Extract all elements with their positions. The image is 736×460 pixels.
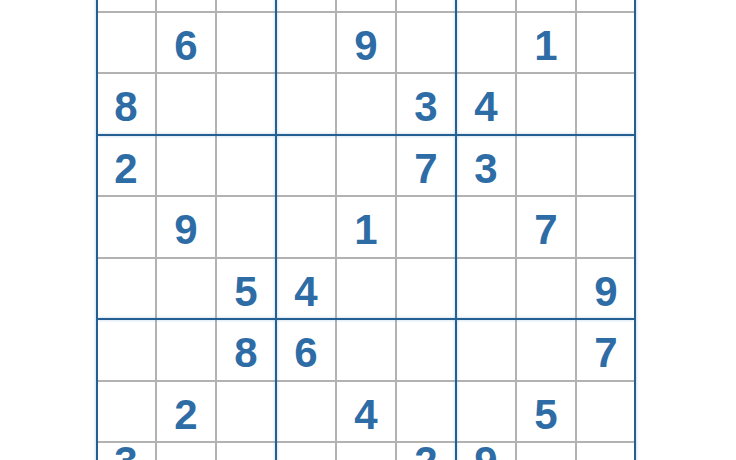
cell-r1c3[interactable]: 3 xyxy=(216,0,276,12)
cell-r5c4[interactable] xyxy=(276,196,336,258)
cell-r9c9[interactable] xyxy=(576,442,636,460)
cell-r3c9[interactable] xyxy=(576,73,636,135)
given-digit: 1 xyxy=(534,25,557,67)
cell-r7c3[interactable]: 8 xyxy=(216,319,276,381)
cell-r1c1[interactable] xyxy=(96,0,156,12)
cell-r4c8[interactable] xyxy=(516,135,576,197)
given-digit: 9 xyxy=(174,209,197,251)
cell-r8c9[interactable] xyxy=(576,381,636,443)
cell-r8c6[interactable] xyxy=(396,381,456,443)
cell-r9c4[interactable] xyxy=(276,442,336,460)
cell-r8c5[interactable]: 4 xyxy=(336,381,396,443)
cell-r6c3[interactable]: 5 xyxy=(216,258,276,320)
cell-r6c9[interactable]: 9 xyxy=(576,258,636,320)
cell-r8c2[interactable]: 2 xyxy=(156,381,216,443)
cell-r6c1[interactable] xyxy=(96,258,156,320)
cell-r3c1[interactable]: 8 xyxy=(96,73,156,135)
cell-r6c8[interactable] xyxy=(516,258,576,320)
given-digit: 6 xyxy=(174,25,197,67)
given-digit: 3 xyxy=(474,148,497,190)
cell-r2c4[interactable] xyxy=(276,12,336,74)
cell-r4c9[interactable] xyxy=(576,135,636,197)
cell-r7c5[interactable] xyxy=(336,319,396,381)
cell-r5c3[interactable] xyxy=(216,196,276,258)
given-digit: 5 xyxy=(534,394,557,436)
cell-r4c2[interactable] xyxy=(156,135,216,197)
cell-r7c1[interactable] xyxy=(96,319,156,381)
given-digit: 2 xyxy=(414,441,437,460)
cell-r7c7[interactable] xyxy=(456,319,516,381)
cell-r9c2[interactable] xyxy=(156,442,216,460)
cell-r4c1[interactable]: 2 xyxy=(96,135,156,197)
cell-r4c7[interactable]: 3 xyxy=(456,135,516,197)
cell-r1c5[interactable] xyxy=(336,0,396,12)
given-digit: 7 xyxy=(594,332,617,374)
cell-r1c8[interactable] xyxy=(516,0,576,12)
cell-r3c7[interactable]: 4 xyxy=(456,73,516,135)
cell-r2c6[interactable] xyxy=(396,12,456,74)
given-digit: 2 xyxy=(174,394,197,436)
cell-r1c4[interactable]: 2 xyxy=(276,0,336,12)
sudoku-page: 328691834273917549867245329 xyxy=(0,0,736,460)
cell-r2c8[interactable]: 1 xyxy=(516,12,576,74)
given-digit: 2 xyxy=(294,0,317,7)
given-digit: 7 xyxy=(414,148,437,190)
cell-r2c3[interactable] xyxy=(216,12,276,74)
given-digit: 1 xyxy=(354,209,377,251)
cell-r9c7[interactable]: 9 xyxy=(456,442,516,460)
cell-r7c9[interactable]: 7 xyxy=(576,319,636,381)
given-digit: 6 xyxy=(294,332,317,374)
cell-r2c7[interactable] xyxy=(456,12,516,74)
cell-r1c2[interactable] xyxy=(156,0,216,12)
cell-r3c5[interactable] xyxy=(336,73,396,135)
given-digit: 3 xyxy=(414,86,437,128)
cell-r7c6[interactable] xyxy=(396,319,456,381)
cell-r5c5[interactable]: 1 xyxy=(336,196,396,258)
cell-r5c8[interactable]: 7 xyxy=(516,196,576,258)
given-digit: 4 xyxy=(294,271,317,313)
cell-r8c7[interactable] xyxy=(456,381,516,443)
cell-r2c9[interactable] xyxy=(576,12,636,74)
cell-r4c5[interactable] xyxy=(336,135,396,197)
cell-r8c1[interactable] xyxy=(96,381,156,443)
cell-r6c5[interactable] xyxy=(336,258,396,320)
given-digit: 8 xyxy=(234,332,257,374)
cell-r2c2[interactable]: 6 xyxy=(156,12,216,74)
given-digit: 4 xyxy=(354,394,377,436)
cell-r5c1[interactable] xyxy=(96,196,156,258)
cell-r5c7[interactable] xyxy=(456,196,516,258)
cell-r6c7[interactable] xyxy=(456,258,516,320)
cell-r3c2[interactable] xyxy=(156,73,216,135)
cell-r8c3[interactable] xyxy=(216,381,276,443)
cell-r5c9[interactable] xyxy=(576,196,636,258)
cell-r7c8[interactable] xyxy=(516,319,576,381)
cell-r8c8[interactable]: 5 xyxy=(516,381,576,443)
cell-r1c7[interactable] xyxy=(456,0,516,12)
given-digit: 3 xyxy=(114,441,137,460)
given-digit: 8 xyxy=(594,0,617,7)
given-digit: 8 xyxy=(114,86,137,128)
cell-r2c1[interactable] xyxy=(96,12,156,74)
cell-r3c6[interactable]: 3 xyxy=(396,73,456,135)
given-digit: 5 xyxy=(234,271,257,313)
cell-r3c8[interactable] xyxy=(516,73,576,135)
cell-r3c3[interactable] xyxy=(216,73,276,135)
cell-r6c4[interactable]: 4 xyxy=(276,258,336,320)
cell-r3c4[interactable] xyxy=(276,73,336,135)
cell-r7c2[interactable] xyxy=(156,319,216,381)
cell-r9c1[interactable]: 3 xyxy=(96,442,156,460)
given-digit: 9 xyxy=(474,441,497,460)
given-digit: 3 xyxy=(234,0,257,7)
cell-r2c5[interactable]: 9 xyxy=(336,12,396,74)
given-digit: 9 xyxy=(594,271,617,313)
given-digit: 2 xyxy=(114,148,137,190)
cell-r1c9[interactable]: 8 xyxy=(576,0,636,12)
given-digit: 4 xyxy=(474,86,497,128)
cell-r7c4[interactable]: 6 xyxy=(276,319,336,381)
cell-r6c2[interactable] xyxy=(156,258,216,320)
cell-r4c4[interactable] xyxy=(276,135,336,197)
cell-r5c6[interactable] xyxy=(396,196,456,258)
cell-r9c5[interactable] xyxy=(336,442,396,460)
cell-r4c6[interactable]: 7 xyxy=(396,135,456,197)
cell-r9c8[interactable] xyxy=(516,442,576,460)
cell-r5c2[interactable]: 9 xyxy=(156,196,216,258)
cell-r4c3[interactable] xyxy=(216,135,276,197)
cell-r8c4[interactable] xyxy=(276,381,336,443)
cell-r9c3[interactable] xyxy=(216,442,276,460)
given-digit: 7 xyxy=(534,209,557,251)
cell-r6c6[interactable] xyxy=(396,258,456,320)
cell-r1c6[interactable] xyxy=(396,0,456,12)
sudoku-board: 328691834273917549867245329 xyxy=(96,0,636,460)
given-digit: 9 xyxy=(354,25,377,67)
cell-r9c6[interactable]: 2 xyxy=(396,442,456,460)
